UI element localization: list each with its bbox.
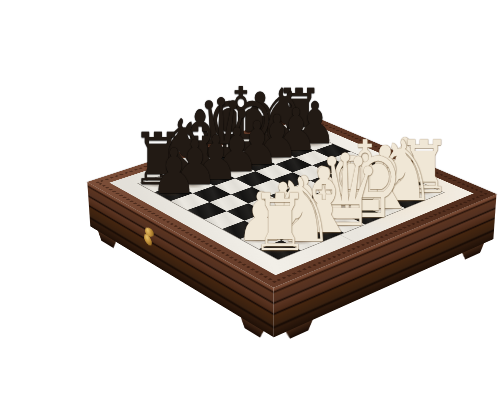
case-foot [286,320,313,341]
chess-set-photo: Overhead-angle product photo of a dark w… [40,16,500,400]
stage [40,16,500,400]
case-foot [98,231,116,250]
case-foot [241,317,264,339]
case-foot [462,243,484,261]
brass-latch [143,225,156,252]
